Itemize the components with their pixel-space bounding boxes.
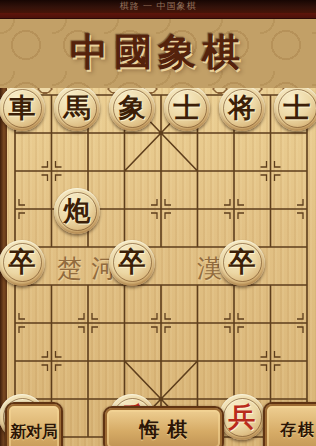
status-bar: 棋路 一 中国象棋	[0, 0, 316, 13]
piece-black-horse[interactable]: 馬	[54, 85, 100, 131]
piece-black-soldier[interactable]: 卒	[109, 240, 155, 286]
piece-black-chariot[interactable]: 車	[0, 85, 45, 131]
piece-black-advisor[interactable]: 士	[274, 85, 316, 131]
piece-character: 卒	[229, 249, 256, 276]
piece-character: 士	[174, 95, 201, 122]
piece-character: 馬	[64, 95, 91, 122]
title-band: 中國象棋	[0, 19, 316, 88]
piece-character: 士	[284, 95, 311, 122]
piece-black-general[interactable]: 将	[219, 85, 265, 131]
app-screen: 棋路 一 中国象棋 中國象棋 楚河 漢界 車馬象士将士炮卒卒卒兵兵兵 新对局 悔…	[0, 0, 316, 446]
piece-red-soldier[interactable]: 兵	[219, 394, 265, 440]
piece-character: 象	[119, 95, 146, 122]
new-game-button[interactable]: 新对局	[5, 402, 63, 446]
page-title: 中國象棋	[0, 33, 316, 71]
piece-character: 卒	[9, 249, 36, 276]
undo-button[interactable]: 悔棋	[103, 406, 224, 446]
piece-black-elephant[interactable]: 象	[109, 85, 155, 131]
header-divider	[0, 13, 316, 19]
piece-black-cannon[interactable]: 炮	[54, 188, 100, 234]
piece-character: 炮	[64, 198, 91, 225]
piece-character: 兵	[229, 404, 256, 431]
piece-black-soldier[interactable]: 卒	[219, 240, 265, 286]
piece-character: 車	[9, 95, 36, 122]
board-grid-lines	[0, 88, 316, 446]
piece-character: 卒	[119, 249, 146, 276]
xiangqi-board[interactable]: 楚河 漢界	[0, 88, 316, 446]
piece-character: 将	[229, 95, 256, 122]
piece-black-soldier[interactable]: 卒	[0, 240, 45, 286]
piece-black-advisor[interactable]: 士	[164, 85, 210, 131]
save-button[interactable]: 存棋	[263, 402, 316, 446]
status-bar-title: 棋路 一 中国象棋	[119, 0, 196, 13]
